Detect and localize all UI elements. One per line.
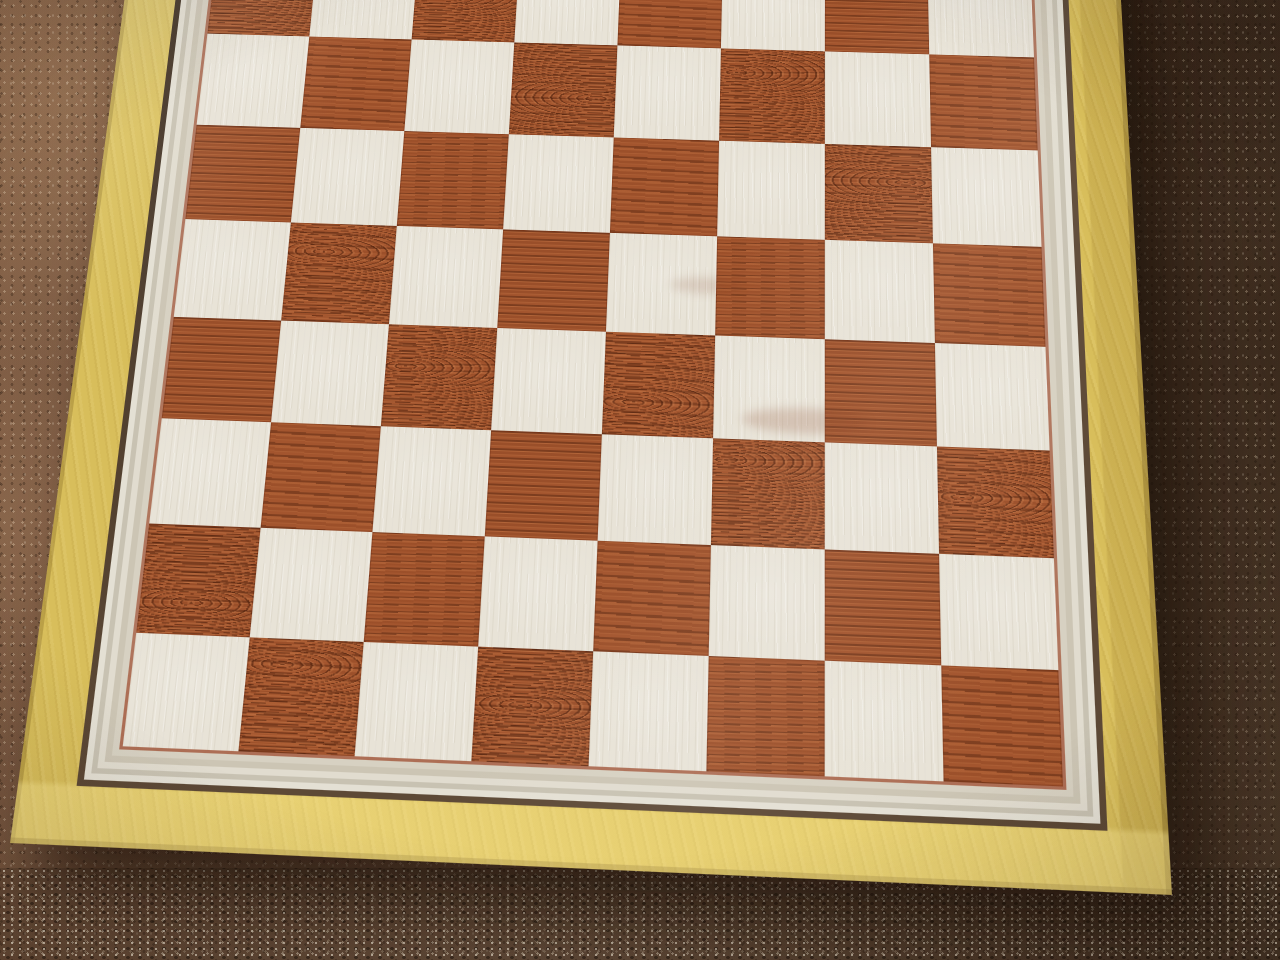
- board-square: [825, 339, 937, 446]
- board-square: [250, 528, 373, 642]
- board-square: [404, 39, 514, 134]
- board-square: [355, 642, 479, 761]
- board-square: [412, 0, 520, 42]
- board-square: [606, 233, 717, 336]
- board-square: [935, 343, 1050, 451]
- board-square: [825, 240, 935, 343]
- board-square: [485, 430, 602, 540]
- board-square: [709, 545, 825, 661]
- board-square: [162, 317, 281, 422]
- board-square: [825, 144, 933, 243]
- board-square: [617, 0, 722, 48]
- board-square: [309, 0, 418, 39]
- board-square: [706, 656, 824, 776]
- board-square: [825, 442, 939, 553]
- board-square: [207, 0, 318, 37]
- board-square: [397, 131, 509, 229]
- board-square: [291, 128, 404, 226]
- board-square: [136, 523, 260, 637]
- board-square: [197, 34, 310, 128]
- board-square: [593, 541, 711, 656]
- board-square: [261, 422, 381, 532]
- board-square: [300, 37, 411, 132]
- board-square: [929, 54, 1037, 150]
- board-square: [931, 147, 1041, 247]
- board-square: [364, 532, 485, 647]
- board-square: [271, 321, 389, 427]
- board-square: [478, 536, 597, 651]
- board-square: [491, 328, 606, 434]
- board-square: [589, 651, 709, 771]
- board-square: [941, 665, 1063, 786]
- board-square: [602, 332, 715, 439]
- board-square: [717, 141, 825, 240]
- board-square: [937, 446, 1054, 558]
- board-square: [598, 434, 713, 545]
- board-square: [825, 549, 942, 665]
- board-square: [503, 134, 614, 233]
- board-square: [123, 633, 250, 751]
- board-square: [721, 0, 825, 51]
- chess-board: [10, 0, 1172, 895]
- board-square: [713, 335, 825, 442]
- board-square: [715, 236, 825, 339]
- board-square: [825, 51, 931, 147]
- board-square: [174, 219, 291, 320]
- board-square: [939, 554, 1058, 670]
- board-square: [281, 222, 397, 324]
- board-square: [471, 647, 593, 767]
- board-square: [238, 637, 363, 756]
- board-square: [825, 661, 944, 782]
- board-square: [389, 226, 503, 328]
- board-square: [927, 0, 1034, 57]
- board-square: [185, 125, 300, 223]
- board-square: [610, 137, 719, 236]
- board-square: [149, 418, 271, 528]
- board-square: [509, 42, 618, 137]
- board-square: [514, 0, 621, 45]
- board-square: [711, 438, 825, 549]
- board-square: [719, 48, 825, 144]
- board-squares: [123, 0, 1063, 786]
- board-square: [497, 229, 610, 331]
- board-square: [381, 324, 497, 430]
- board-square: [372, 426, 491, 536]
- board-square: [614, 45, 721, 140]
- board-square: [825, 0, 929, 54]
- board-square: [933, 243, 1046, 346]
- photo-root: [0, 0, 1280, 960]
